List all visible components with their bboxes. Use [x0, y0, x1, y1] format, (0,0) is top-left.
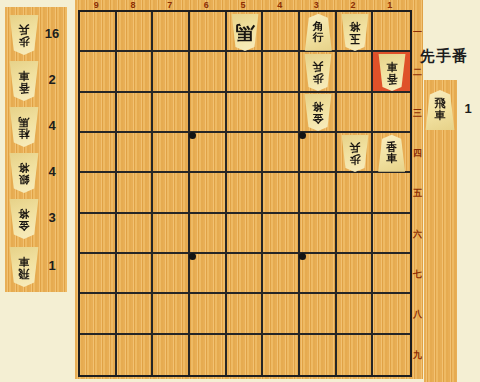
- gote-pawn-piece[interactable]: 歩兵: [9, 15, 39, 55]
- board-cell-3-7[interactable]: [300, 254, 337, 294]
- board-cell-4-4[interactable]: [263, 133, 300, 173]
- gote-knight-piece[interactable]: 桂馬: [9, 107, 39, 147]
- board-cell-9-5[interactable]: [80, 173, 117, 213]
- board-cell-6-2[interactable]: [190, 52, 227, 92]
- board-cell-7-2[interactable]: [153, 52, 190, 92]
- board-cell-8-8[interactable]: [117, 294, 154, 334]
- rank-label-1: 一: [412, 26, 423, 39]
- board-cell-9-3[interactable]: [80, 93, 117, 133]
- board-cell-8-7[interactable]: [117, 254, 154, 294]
- board-cell-9-6[interactable]: [80, 214, 117, 254]
- gote-hand-count-lance: 2: [39, 72, 65, 87]
- board-cell-1-1[interactable]: [373, 12, 410, 52]
- board-cell-7-9[interactable]: [153, 335, 190, 375]
- board-cell-8-9[interactable]: [117, 335, 154, 375]
- board-cell-9-4[interactable]: [80, 133, 117, 173]
- board-cell-7-7[interactable]: [153, 254, 190, 294]
- rank-label-3: 三: [412, 107, 423, 120]
- piece-kanji: 将: [313, 101, 324, 113]
- board-cell-9-1[interactable]: [80, 12, 117, 52]
- board-cell-5-5[interactable]: [227, 173, 264, 213]
- piece-kanji: 将: [19, 207, 30, 219]
- board-cell-3-5[interactable]: [300, 173, 337, 213]
- gote-lance-piece[interactable]: 香車: [9, 61, 39, 101]
- piece-kanji: 行: [313, 32, 324, 44]
- board-cell-6-8[interactable]: [190, 294, 227, 334]
- star-point: [299, 132, 306, 139]
- gote-gold-piece[interactable]: 金将: [9, 199, 39, 239]
- piece-kanji: 香: [386, 73, 397, 85]
- piece-kanji: 将: [19, 161, 30, 173]
- board-cell-8-2[interactable]: [117, 52, 154, 92]
- piece-kanji: 車: [19, 255, 30, 267]
- board-cell-4-5[interactable]: [263, 173, 300, 213]
- gote-hand-count-pawn: 16: [39, 26, 65, 41]
- sente-hand-tray: 飛車: [424, 80, 457, 382]
- piece-kanji: 兵: [350, 142, 361, 154]
- gote-rook-piece[interactable]: 飛車: [9, 247, 39, 287]
- board-cell-8-3[interactable]: [117, 93, 154, 133]
- board-cell-4-1[interactable]: [263, 12, 300, 52]
- board-cell-7-4[interactable]: [153, 133, 190, 173]
- board-cell-6-6[interactable]: [190, 214, 227, 254]
- piece-kanji: 銀: [19, 173, 30, 185]
- rank-label-6: 六: [412, 228, 423, 241]
- board-cell-8-5[interactable]: [117, 173, 154, 213]
- board-cell-1-7[interactable]: [373, 254, 410, 294]
- board-cell-3-8[interactable]: [300, 294, 337, 334]
- rank-coordinates: 一二三四五六七八九: [412, 12, 423, 375]
- board-cell-2-8[interactable]: [337, 294, 374, 334]
- board-cell-2-5[interactable]: [337, 173, 374, 213]
- board-cell-4-7[interactable]: [263, 254, 300, 294]
- board-cell-9-7[interactable]: [80, 254, 117, 294]
- board-cell-2-7[interactable]: [337, 254, 374, 294]
- rank-label-5: 五: [412, 187, 423, 200]
- sente-hand-count: 1: [459, 101, 477, 116]
- piece-kanji: 香: [19, 81, 30, 93]
- piece-kanji: 車: [386, 153, 397, 165]
- board-cell-2-3[interactable]: [337, 93, 374, 133]
- board-cell-1-9[interactable]: [373, 335, 410, 375]
- piece-kanji: 金: [313, 113, 324, 125]
- board-cell-5-7[interactable]: [227, 254, 264, 294]
- board-cell-6-5[interactable]: [190, 173, 227, 213]
- board-cell-4-9[interactable]: [263, 335, 300, 375]
- board-cell-8-4[interactable]: [117, 133, 154, 173]
- board-cell-8-6[interactable]: [117, 214, 154, 254]
- rank-label-8: 八: [412, 308, 423, 321]
- board-cell-3-4[interactable]: [300, 133, 337, 173]
- gote-hand-count-gold: 3: [39, 210, 65, 225]
- board-cell-6-7[interactable]: [190, 254, 227, 294]
- board-cell-5-9[interactable]: [227, 335, 264, 375]
- file-coordinates: 987654321: [78, 0, 408, 10]
- star-point: [189, 253, 196, 260]
- board-cell-5-3[interactable]: [227, 93, 264, 133]
- shogi-app: { "game": "shogi", "position": { "sfen":…: [0, 0, 480, 382]
- rank-label-4: 四: [412, 147, 423, 160]
- board-cell-7-1[interactable]: [153, 12, 190, 52]
- rank-label-9: 九: [412, 349, 423, 362]
- star-point: [189, 132, 196, 139]
- piece-kanji: 将: [350, 21, 361, 33]
- file-label-4: 4: [261, 0, 298, 10]
- sente-rook-piece[interactable]: 飛車: [425, 90, 455, 130]
- piece-kanji: 金: [19, 219, 30, 231]
- board-cell-1-6[interactable]: [373, 214, 410, 254]
- shogi-board: [78, 10, 412, 377]
- board-cell-5-8[interactable]: [227, 294, 264, 334]
- board-cell-6-3[interactable]: [190, 93, 227, 133]
- piece-kanji: 飛: [19, 267, 30, 279]
- board-cell-9-2[interactable]: [80, 52, 117, 92]
- board-cell-5-4[interactable]: [227, 133, 264, 173]
- file-label-9: 9: [78, 0, 115, 10]
- turn-indicator: 先手番: [420, 47, 480, 66]
- piece-kanji: 車: [19, 69, 30, 81]
- board-cell-5-2[interactable]: [227, 52, 264, 92]
- board-cell-4-3[interactable]: [263, 93, 300, 133]
- board-cell-4-8[interactable]: [263, 294, 300, 334]
- file-label-7: 7: [151, 0, 188, 10]
- board-cell-2-6[interactable]: [337, 214, 374, 254]
- file-label-1: 1: [371, 0, 408, 10]
- piece-kanji: 桂: [19, 127, 30, 139]
- gote-hand-count-rook: 1: [39, 258, 65, 273]
- file-label-5: 5: [225, 0, 262, 10]
- board-cell-7-3[interactable]: [153, 93, 190, 133]
- rank-label-7: 七: [412, 268, 423, 281]
- board-cell-7-6[interactable]: [153, 214, 190, 254]
- board-cell-3-6[interactable]: [300, 214, 337, 254]
- gote-hand-tray: 歩兵16香車2桂馬4銀将4金将3飛車1: [5, 7, 67, 292]
- board-area: 987654321 馬角行玉将歩兵香車金将歩兵香車 一二三四五六七八九: [75, 0, 423, 379]
- file-label-6: 6: [188, 0, 225, 10]
- board-cell-2-2[interactable]: [337, 52, 374, 92]
- piece-kanji: 歩: [313, 73, 324, 85]
- piece-kanji: 車: [435, 110, 446, 122]
- piece-kanji: 馬: [19, 115, 30, 127]
- board-cell-7-8[interactable]: [153, 294, 190, 334]
- rank-label-2: 二: [412, 66, 423, 79]
- gote-hand-count-knight: 4: [39, 118, 65, 133]
- file-label-3: 3: [298, 0, 335, 10]
- board-cell-4-2[interactable]: [263, 52, 300, 92]
- board-cell-8-1[interactable]: [117, 12, 154, 52]
- piece-kanji: 玉: [350, 32, 361, 44]
- piece-kanji: 兵: [19, 23, 30, 35]
- piece-kanji: 馬: [236, 23, 255, 42]
- board-cell-4-6[interactable]: [263, 214, 300, 254]
- board-cell-6-4[interactable]: [190, 133, 227, 173]
- board-cell-7-5[interactable]: [153, 173, 190, 213]
- board-cell-6-9[interactable]: [190, 335, 227, 375]
- board-cell-1-8[interactable]: [373, 294, 410, 334]
- piece-kanji: 兵: [313, 61, 324, 73]
- piece-kanji: 歩: [350, 153, 361, 165]
- board-cell-2-9[interactable]: [337, 335, 374, 375]
- piece-kanji: 歩: [19, 35, 30, 47]
- board-cell-3-9[interactable]: [300, 335, 337, 375]
- gote-hand-count-silver: 4: [39, 164, 65, 179]
- piece-kanji: 車: [386, 61, 397, 73]
- board-cell-9-8[interactable]: [80, 294, 117, 334]
- file-label-8: 8: [115, 0, 152, 10]
- board-cell-9-9[interactable]: [80, 335, 117, 375]
- file-label-2: 2: [335, 0, 372, 10]
- board-cell-1-5[interactable]: [373, 173, 410, 213]
- star-point: [299, 253, 306, 260]
- gote-silver-piece[interactable]: 銀将: [9, 153, 39, 193]
- board-cell-5-6[interactable]: [227, 214, 264, 254]
- board-cell-6-1[interactable]: [190, 12, 227, 52]
- board-cell-1-3[interactable]: [373, 93, 410, 133]
